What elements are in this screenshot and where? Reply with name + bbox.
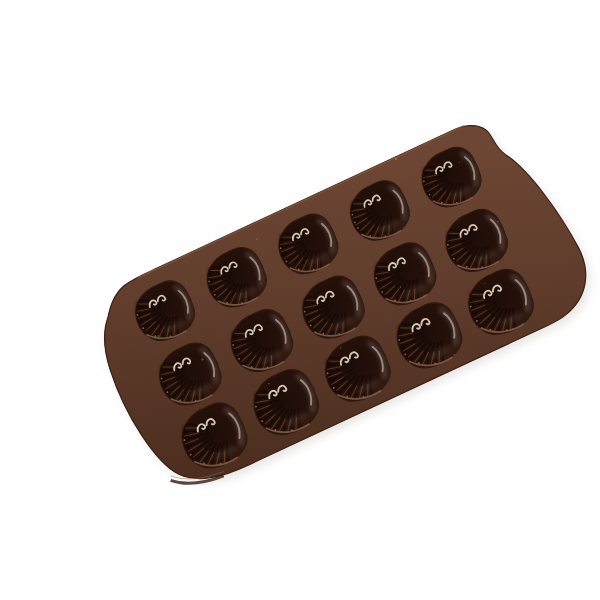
chocolate-mold-photo (40, 16, 600, 600)
mold (78, 102, 600, 507)
product-photo (40, 16, 600, 600)
